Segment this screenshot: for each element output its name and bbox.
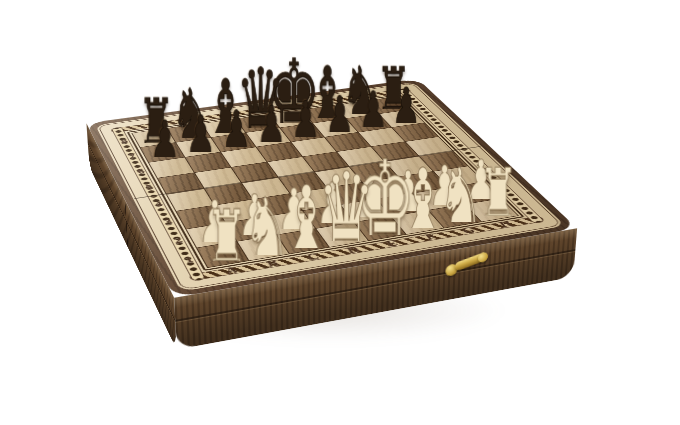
latch-hook-arm bbox=[454, 251, 488, 271]
latch-hook-tip bbox=[477, 251, 488, 264]
folding-chess-box: ABCDEFGH 87654321 bbox=[86, 79, 577, 298]
piece-white-rook-a1[interactable]: ♜ bbox=[164, 126, 288, 261]
brass-latch bbox=[445, 251, 492, 282]
rank-label-7: 7 bbox=[127, 153, 137, 160]
rank-label-8: 8 bbox=[120, 138, 130, 145]
chess-set-product-photo: ABCDEFGH 87654321 bbox=[0, 0, 680, 425]
perspective-stage: ABCDEFGH 87654321 bbox=[0, 0, 680, 425]
chess-piece-glyph: ♜ bbox=[205, 200, 247, 276]
